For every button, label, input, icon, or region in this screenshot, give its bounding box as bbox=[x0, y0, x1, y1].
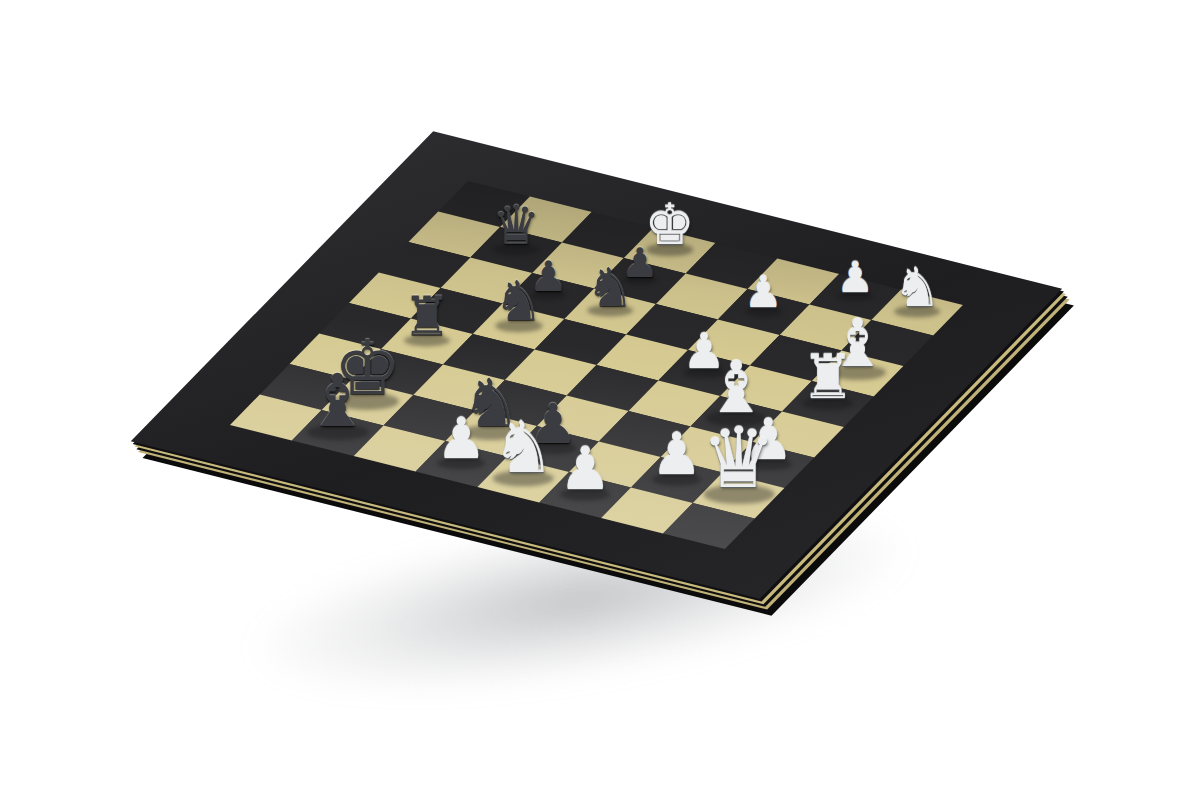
chess-set-product-photo: ♛♚♜♝♟♞♟♞♞♟♚♟♞♟♟♟♟♝♟♞♝♜♟♛ bbox=[0, 0, 1200, 800]
